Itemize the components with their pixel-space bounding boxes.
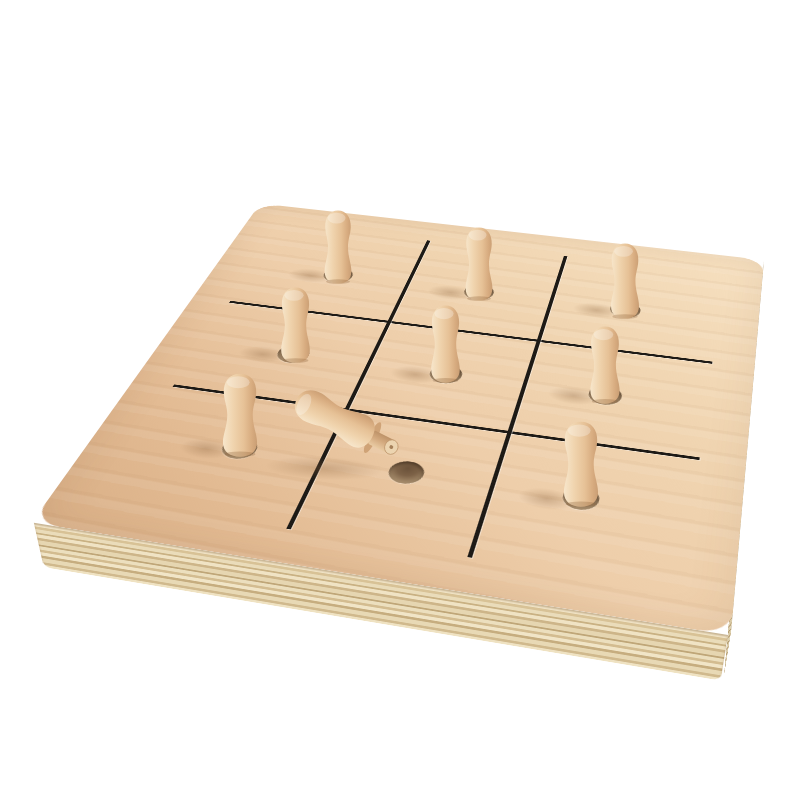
peg-bottom-right[interactable] <box>553 420 609 508</box>
empty-hole-bottom-centre <box>385 459 428 486</box>
peg-middle-right[interactable] <box>581 325 629 405</box>
peg-middle-left[interactable] <box>272 286 319 364</box>
peg-top-left[interactable] <box>316 209 360 285</box>
peg-middle-centre[interactable] <box>422 304 469 384</box>
peg-top-centre[interactable] <box>457 226 501 302</box>
peg-bottom-left[interactable] <box>212 372 268 458</box>
product-photo-scene <box>0 0 800 800</box>
peg-top-right[interactable] <box>602 242 648 320</box>
